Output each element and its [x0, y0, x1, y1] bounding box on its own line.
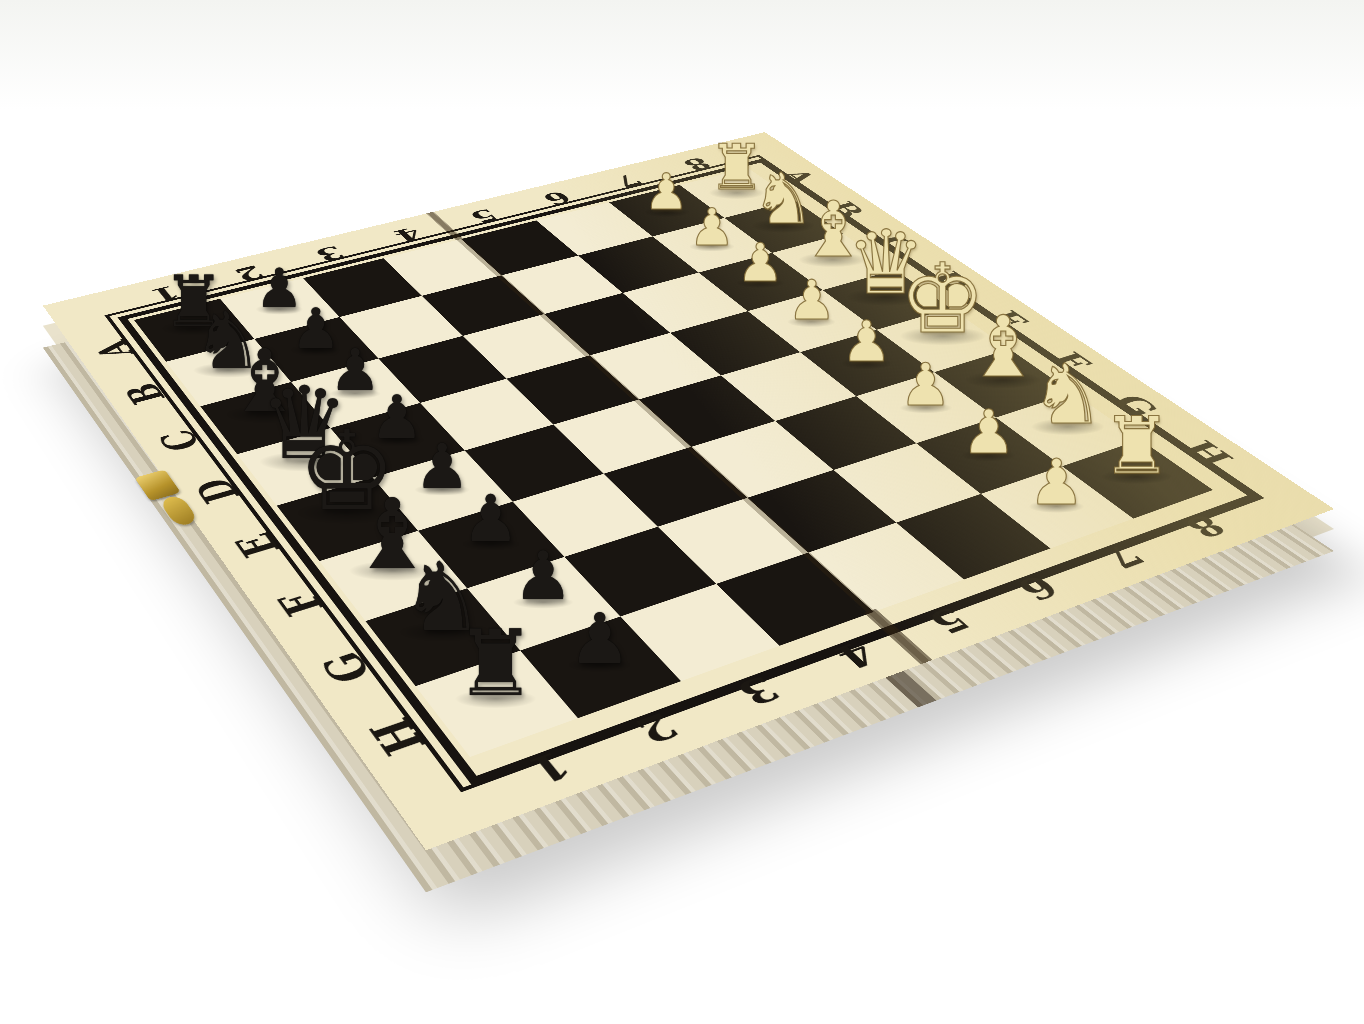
photo-scene: AA11BB22CC33DD44EE55FF66GG77HH88 ♜♞♝♛♚♝♞… [0, 0, 1364, 1024]
fold-seam-top-notch [426, 212, 463, 241]
chess-board: AA11BB22CC33DD44EE55FF66GG77HH88 [43, 132, 1334, 850]
